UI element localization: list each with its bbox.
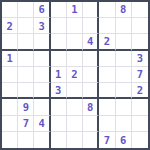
cell-r7c6[interactable]: 8 bbox=[83, 99, 99, 115]
cell-r7c7[interactable] bbox=[99, 99, 115, 115]
cell-r5c1[interactable] bbox=[2, 67, 18, 83]
cell-r6c4[interactable]: 3 bbox=[51, 83, 67, 99]
given-digit: 8 bbox=[87, 102, 93, 113]
given-digit: 2 bbox=[6, 21, 12, 32]
cell-r5c7[interactable] bbox=[99, 67, 115, 83]
cell-r9c5[interactable] bbox=[67, 132, 83, 148]
cell-r4c7[interactable] bbox=[99, 51, 115, 67]
cell-r6c3[interactable] bbox=[34, 83, 50, 99]
given-digit: 2 bbox=[137, 85, 143, 96]
given-digit: 1 bbox=[71, 4, 77, 15]
given-digit: 4 bbox=[87, 36, 93, 47]
cell-r4c1[interactable]: 1 bbox=[2, 51, 18, 67]
cell-r8c6[interactable] bbox=[83, 116, 99, 132]
cell-r6c9[interactable]: 2 bbox=[132, 83, 148, 99]
cell-r5c2[interactable] bbox=[18, 67, 34, 83]
cell-r2c8[interactable] bbox=[116, 18, 132, 34]
given-digit: 1 bbox=[55, 69, 61, 80]
given-digit: 2 bbox=[71, 69, 77, 80]
cell-r1c5[interactable]: 1 bbox=[67, 2, 83, 18]
cell-r3c1[interactable] bbox=[2, 34, 18, 50]
cell-r7c1[interactable] bbox=[2, 99, 18, 115]
cell-r3c4[interactable] bbox=[51, 34, 67, 50]
cell-r6c6[interactable] bbox=[83, 83, 99, 99]
cell-r3c9[interactable] bbox=[132, 34, 148, 50]
given-digit: 7 bbox=[23, 118, 29, 129]
cell-r4c2[interactable] bbox=[18, 51, 34, 67]
cell-r4c5[interactable] bbox=[67, 51, 83, 67]
cell-r2c5[interactable] bbox=[67, 18, 83, 34]
cell-r8c4[interactable] bbox=[51, 116, 67, 132]
cell-r1c4[interactable] bbox=[51, 2, 67, 18]
cell-r5c9[interactable]: 7 bbox=[132, 67, 148, 83]
cell-r6c2[interactable] bbox=[18, 83, 34, 99]
cell-r2c4[interactable] bbox=[51, 18, 67, 34]
cell-r9c7[interactable]: 7 bbox=[99, 132, 115, 148]
cell-r9c1[interactable] bbox=[2, 132, 18, 148]
cell-r1c7[interactable] bbox=[99, 2, 115, 18]
cell-r8c5[interactable] bbox=[67, 116, 83, 132]
given-digit: 7 bbox=[104, 135, 110, 146]
cell-r5c3[interactable] bbox=[34, 67, 50, 83]
given-digit: 4 bbox=[38, 118, 44, 129]
cell-r2c7[interactable] bbox=[99, 18, 115, 34]
cell-r2c1[interactable]: 2 bbox=[2, 18, 18, 34]
cell-r2c9[interactable] bbox=[132, 18, 148, 34]
cell-r5c4[interactable]: 1 bbox=[51, 67, 67, 83]
cell-r4c8[interactable] bbox=[116, 51, 132, 67]
given-digit: 1 bbox=[6, 53, 12, 64]
cell-r1c2[interactable] bbox=[18, 2, 34, 18]
cell-r1c8[interactable]: 8 bbox=[116, 2, 132, 18]
cell-r6c1[interactable] bbox=[2, 83, 18, 99]
given-digit: 9 bbox=[23, 102, 29, 113]
cell-r9c8[interactable]: 6 bbox=[116, 132, 132, 148]
cell-r7c4[interactable] bbox=[51, 99, 67, 115]
cell-r8c1[interactable] bbox=[2, 116, 18, 132]
given-digit: 6 bbox=[38, 4, 44, 15]
cell-r8c3[interactable]: 4 bbox=[34, 116, 50, 132]
cell-r8c9[interactable] bbox=[132, 116, 148, 132]
given-digit: 3 bbox=[38, 21, 44, 32]
cell-r4c3[interactable] bbox=[34, 51, 50, 67]
given-digit: 8 bbox=[120, 4, 126, 15]
given-digit: 7 bbox=[137, 69, 143, 80]
cell-r4c9[interactable]: 3 bbox=[132, 51, 148, 67]
given-digit: 6 bbox=[120, 135, 126, 146]
cell-r8c2[interactable]: 7 bbox=[18, 116, 34, 132]
cell-r3c2[interactable] bbox=[18, 34, 34, 50]
cell-r3c6[interactable]: 4 bbox=[83, 34, 99, 50]
cell-r3c3[interactable] bbox=[34, 34, 50, 50]
cell-r2c6[interactable] bbox=[83, 18, 99, 34]
cell-r1c6[interactable] bbox=[83, 2, 99, 18]
cell-r8c8[interactable] bbox=[116, 116, 132, 132]
given-digit: 3 bbox=[137, 53, 143, 64]
cell-r7c5[interactable] bbox=[67, 99, 83, 115]
cell-r7c8[interactable] bbox=[116, 99, 132, 115]
cell-r7c2[interactable]: 9 bbox=[18, 99, 34, 115]
cell-r1c1[interactable] bbox=[2, 2, 18, 18]
cell-r7c9[interactable] bbox=[132, 99, 148, 115]
sudoku-board: 61823421312732987476 bbox=[0, 0, 150, 150]
cell-r9c9[interactable] bbox=[132, 132, 148, 148]
cell-r5c6[interactable] bbox=[83, 67, 99, 83]
cell-r2c2[interactable] bbox=[18, 18, 34, 34]
cell-r1c9[interactable] bbox=[132, 2, 148, 18]
cell-r1c3[interactable]: 6 bbox=[34, 2, 50, 18]
cell-r5c5[interactable]: 2 bbox=[67, 67, 83, 83]
given-digit: 2 bbox=[104, 36, 110, 47]
cell-r8c7[interactable] bbox=[99, 116, 115, 132]
cell-r5c8[interactable] bbox=[116, 67, 132, 83]
cell-r3c8[interactable] bbox=[116, 34, 132, 50]
cell-r3c5[interactable] bbox=[67, 34, 83, 50]
cell-r3c7[interactable]: 2 bbox=[99, 34, 115, 50]
cell-r9c3[interactable] bbox=[34, 132, 50, 148]
given-digit: 3 bbox=[55, 85, 61, 96]
cell-r4c6[interactable] bbox=[83, 51, 99, 67]
cell-r2c3[interactable]: 3 bbox=[34, 18, 50, 34]
cell-r7c3[interactable] bbox=[34, 99, 50, 115]
cell-r9c2[interactable] bbox=[18, 132, 34, 148]
cell-r6c8[interactable] bbox=[116, 83, 132, 99]
cell-r6c5[interactable] bbox=[67, 83, 83, 99]
cell-r9c6[interactable] bbox=[83, 132, 99, 148]
cell-r4c4[interactable] bbox=[51, 51, 67, 67]
cell-r6c7[interactable] bbox=[99, 83, 115, 99]
cell-r9c4[interactable] bbox=[51, 132, 67, 148]
